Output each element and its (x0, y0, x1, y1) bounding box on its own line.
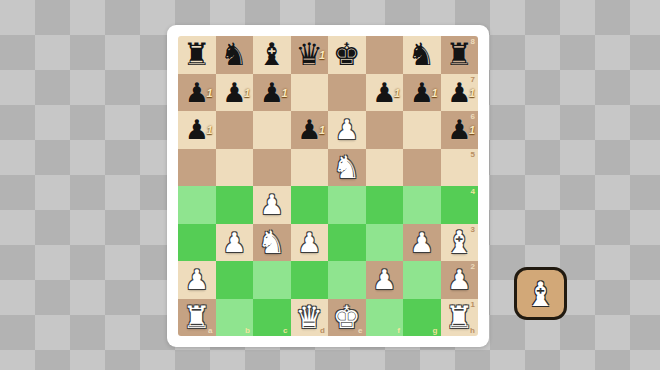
white-pawn[interactable]: ♟ (222, 229, 246, 256)
black-pawn[interactable]: ♟ (222, 79, 246, 106)
square-g1[interactable]: g (403, 299, 441, 337)
square-b3[interactable]: ♟ (216, 224, 254, 262)
white-bishop[interactable]: ♝ (445, 227, 473, 258)
coord-rank-5: 5 (471, 150, 475, 159)
square-b4[interactable] (216, 186, 254, 224)
square-e5[interactable]: ♞ (328, 149, 366, 187)
square-f4[interactable] (366, 186, 404, 224)
square-d5[interactable] (291, 149, 329, 187)
square-e4[interactable] (328, 186, 366, 224)
square-b8[interactable]: ♞ (216, 36, 254, 74)
square-f5[interactable] (366, 149, 404, 187)
bishop-piece-button[interactable]: ♝ (514, 267, 567, 320)
square-b1[interactable]: b (216, 299, 254, 337)
square-g8[interactable]: ♞ (403, 36, 441, 74)
square-e6[interactable]: ♟ (328, 111, 366, 149)
square-c8[interactable]: ♝ (253, 36, 291, 74)
square-a2[interactable]: ♟ (178, 261, 216, 299)
white-pawn[interactable]: ♟ (410, 229, 434, 256)
black-king[interactable]: ♚ (333, 39, 361, 70)
square-e8[interactable]: ♚ (328, 36, 366, 74)
white-pawn[interactable]: ♟ (185, 266, 209, 293)
black-pawn[interactable]: ♟ (185, 79, 209, 106)
square-c3[interactable]: ♞ (253, 224, 291, 262)
black-knight[interactable]: ♞ (220, 39, 248, 70)
square-g4[interactable] (403, 186, 441, 224)
square-b6[interactable] (216, 111, 254, 149)
square-a1[interactable]: ♜a (178, 299, 216, 337)
square-e3[interactable] (328, 224, 366, 262)
square-h6[interactable]: ♟16 (441, 111, 479, 149)
square-b5[interactable] (216, 149, 254, 187)
white-pawn[interactable]: ♟ (447, 266, 471, 293)
square-h1[interactable]: ♜1h (441, 299, 479, 337)
black-rook[interactable]: ♜ (183, 39, 211, 70)
square-b2[interactable] (216, 261, 254, 299)
square-g3[interactable]: ♟ (403, 224, 441, 262)
black-bishop[interactable]: ♝ (258, 39, 286, 70)
black-queen[interactable]: ♛ (295, 39, 323, 70)
coord-file-g: g (433, 326, 438, 335)
coord-file-f: f (397, 326, 400, 335)
square-h5[interactable]: 5 (441, 149, 479, 187)
coord-file-c: c (283, 326, 287, 335)
square-e2[interactable] (328, 261, 366, 299)
square-c2[interactable] (253, 261, 291, 299)
black-knight[interactable]: ♞ (408, 39, 436, 70)
square-d4[interactable] (291, 186, 329, 224)
square-d3[interactable]: ♟ (291, 224, 329, 262)
square-d8[interactable]: ♛1 (291, 36, 329, 74)
square-a7[interactable]: ♟1 (178, 74, 216, 112)
square-h4[interactable]: 4 (441, 186, 479, 224)
square-f6[interactable] (366, 111, 404, 149)
black-pawn[interactable]: ♟ (372, 79, 396, 106)
square-c7[interactable]: ♟1 (253, 74, 291, 112)
white-pawn[interactable]: ♟ (297, 229, 321, 256)
square-f8[interactable] (366, 36, 404, 74)
square-f7[interactable]: ♟1 (366, 74, 404, 112)
square-c1[interactable]: c (253, 299, 291, 337)
black-pawn[interactable]: ♟ (410, 79, 434, 106)
white-pawn[interactable]: ♟ (335, 116, 359, 143)
page-background: ♜♞♝♛1♚♞♜8♟1♟1♟1♟1♟1♟17♟1♟1♟♟16♞5♟4♟♞♟♟♝3… (0, 0, 660, 370)
square-f3[interactable] (366, 224, 404, 262)
white-pawn[interactable]: ♟ (372, 266, 396, 293)
square-a8[interactable]: ♜ (178, 36, 216, 74)
square-g7[interactable]: ♟1 (403, 74, 441, 112)
square-f1[interactable]: f (366, 299, 404, 337)
square-f2[interactable]: ♟ (366, 261, 404, 299)
board-card: ♜♞♝♛1♚♞♜8♟1♟1♟1♟1♟1♟17♟1♟1♟♟16♞5♟4♟♞♟♟♝3… (167, 25, 489, 347)
square-g6[interactable] (403, 111, 441, 149)
black-pawn[interactable]: ♟ (447, 79, 471, 106)
white-knight[interactable]: ♞ (258, 227, 286, 258)
white-queen[interactable]: ♛ (295, 302, 323, 333)
white-knight[interactable]: ♞ (333, 152, 361, 183)
square-d1[interactable]: ♛d (291, 299, 329, 337)
square-e7[interactable] (328, 74, 366, 112)
square-a3[interactable] (178, 224, 216, 262)
black-pawn[interactable]: ♟ (297, 116, 321, 143)
black-rook[interactable]: ♜ (445, 39, 473, 70)
square-b7[interactable]: ♟1 (216, 74, 254, 112)
square-d2[interactable] (291, 261, 329, 299)
square-a5[interactable] (178, 149, 216, 187)
square-g2[interactable] (403, 261, 441, 299)
square-c6[interactable] (253, 111, 291, 149)
square-c5[interactable] (253, 149, 291, 187)
square-a4[interactable] (178, 186, 216, 224)
white-rook[interactable]: ♜ (445, 302, 473, 333)
chess-board[interactable]: ♜♞♝♛1♚♞♜8♟1♟1♟1♟1♟1♟17♟1♟1♟♟16♞5♟4♟♞♟♟♝3… (178, 36, 478, 336)
square-h2[interactable]: ♟2 (441, 261, 479, 299)
square-g5[interactable] (403, 149, 441, 187)
coord-rank-4: 4 (471, 187, 475, 196)
square-d6[interactable]: ♟1 (291, 111, 329, 149)
square-h3[interactable]: ♝3 (441, 224, 479, 262)
square-a6[interactable]: ♟1 (178, 111, 216, 149)
white-pawn[interactable]: ♟ (260, 191, 284, 218)
square-c4[interactable]: ♟ (253, 186, 291, 224)
square-h8[interactable]: ♜8 (441, 36, 479, 74)
bishop-icon: ♝ (525, 277, 555, 311)
square-h7[interactable]: ♟17 (441, 74, 479, 112)
black-pawn[interactable]: ♟ (260, 79, 284, 106)
black-pawn[interactable]: ♟ (447, 116, 471, 143)
black-pawn[interactable]: ♟ (185, 116, 209, 143)
coord-file-b: b (245, 326, 250, 335)
white-king[interactable]: ♚ (333, 302, 361, 333)
square-d7[interactable] (291, 74, 329, 112)
square-e1[interactable]: ♚e (328, 299, 366, 337)
white-rook[interactable]: ♜ (183, 302, 211, 333)
